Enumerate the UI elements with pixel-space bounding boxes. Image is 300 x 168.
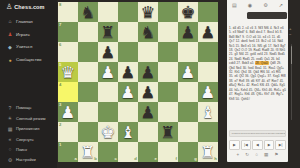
white-bishop-h3[interactable]: ♝ <box>201 102 216 122</box>
share-icon[interactable]: ↗ <box>279 2 283 9</box>
file-label-e: e <box>154 157 156 161</box>
cycle-icon[interactable]: ↻ <box>245 152 249 158</box>
next-move-button[interactable]: ▶ <box>264 140 275 150</box>
square-g2[interactable] <box>178 122 198 142</box>
square-g7[interactable]: ♟ <box>178 22 198 42</box>
square-a4[interactable]: 4 <box>58 82 78 102</box>
logo-text: Chess.com <box>14 4 44 10</box>
square-a6[interactable]: 6 <box>58 42 78 62</box>
square-e3[interactable]: ♟ <box>138 102 158 122</box>
white-pawn-g5[interactable]: ♟ <box>181 62 196 82</box>
sidebar-item-label: Свернуть <box>16 137 34 142</box>
white-bishop-d2[interactable]: ♝ <box>121 122 136 142</box>
square-b3[interactable] <box>78 102 98 122</box>
sidebar-item-help[interactable]: ?Помощь <box>0 103 57 113</box>
square-a2[interactable]: 2 <box>58 122 78 142</box>
square-e2[interactable] <box>138 122 158 142</box>
square-g3[interactable] <box>178 102 198 122</box>
sidebar-item-label: Приложения <box>16 126 39 131</box>
square-c5[interactable]: ♟ <box>98 62 118 82</box>
square-c2[interactable]: ♚ <box>98 122 118 142</box>
black-queen-e8[interactable]: ♛ <box>141 2 156 22</box>
settings-icon: ⚙ <box>7 157 13 163</box>
sidebar-item-learn[interactable]: ◆Учиться <box>0 41 57 54</box>
pawn-logo-icon: ♙ <box>6 3 12 10</box>
plus-icon[interactable]: + <box>237 152 240 158</box>
rank-label-5: 5 <box>59 63 61 67</box>
square-d8[interactable] <box>118 2 138 22</box>
apps-icon: ▦ <box>7 126 13 132</box>
square-g8[interactable]: ♚ <box>178 2 198 22</box>
square-a1[interactable]: 1a <box>58 142 78 162</box>
sidebar-item-apps[interactable]: ▦Приложения <box>0 124 57 134</box>
panel-dark-button[interactable] <box>247 12 287 19</box>
learn-icon: ◆ <box>7 44 13 50</box>
black-pawn-e5[interactable]: ♟ <box>141 62 156 82</box>
sidebar-item-label: Сообщество <box>16 57 42 62</box>
sidebar-item-label: Настройки <box>16 157 36 162</box>
square-c4[interactable] <box>98 82 118 102</box>
white-rook-h1[interactable]: ♜ <box>201 142 216 162</box>
square-e8[interactable]: ♛ <box>138 2 158 22</box>
square-d1[interactable]: d <box>118 142 138 162</box>
square-f7[interactable] <box>158 22 178 42</box>
sidebar-item-search[interactable]: ○Поиск <box>0 144 57 154</box>
square-c7[interactable]: ♜ <box>98 22 118 42</box>
white-pawn-a3[interactable]: ♟ <box>61 102 76 122</box>
sidebar-item-play[interactable]: ♟Играть <box>0 28 57 41</box>
square-a3[interactable]: 3♟ <box>58 102 78 122</box>
sidebar-item-settings[interactable]: ⚙Настройки <box>0 155 57 165</box>
square-b5[interactable] <box>78 62 98 82</box>
square-g4[interactable] <box>178 82 198 102</box>
sidebar-item-label: Главная <box>16 19 33 24</box>
square-f2[interactable]: ♜ <box>158 122 178 142</box>
move-list[interactable]: 1. d4 d5 2. c4 c6 3. Nf3 Nf6 4. Nc3 e6 5… <box>227 25 288 129</box>
square-c6[interactable]: ♟ <box>98 42 118 62</box>
sidebar: ♙ Chess.com ⌂Главная♟Играть◆Учиться●Сооб… <box>0 0 57 168</box>
file-label-b: b <box>94 157 97 161</box>
square-f5[interactable] <box>158 62 178 82</box>
black-pawn-g7[interactable]: ♟ <box>181 22 196 42</box>
square-e1[interactable]: e <box>138 142 158 162</box>
square-f1[interactable]: f <box>158 142 178 162</box>
square-e5[interactable]: ♟ <box>138 62 158 82</box>
white-rook-b1[interactable]: ♜ <box>81 142 96 162</box>
play-icon: ♟ <box>7 31 13 37</box>
moves-after[interactable]: Qd8 29. Qb4 Ne4 30. fxe4 Bxa1 31. Rxa1 Q… <box>229 61 286 100</box>
square-h2[interactable] <box>198 122 218 142</box>
sidebar-item-label: Светлый режим <box>16 116 45 121</box>
zoom-in-icon[interactable]: + <box>289 26 292 32</box>
rank-label-3: 3 <box>59 103 61 107</box>
black-pawn-c6[interactable]: ♟ <box>101 42 116 62</box>
square-a8[interactable]: 8 <box>58 2 78 22</box>
file-label-f: f <box>175 157 176 161</box>
square-f3[interactable] <box>158 102 178 122</box>
square-c8[interactable] <box>98 2 118 22</box>
search-icon: ○ <box>7 146 13 152</box>
square-b6[interactable] <box>78 42 98 62</box>
square-h1[interactable]: h♜ <box>198 142 218 162</box>
black-pawn-h7[interactable]: ♟ <box>201 22 216 42</box>
panel-footer-icons: +↻○▦⚑ <box>227 152 288 158</box>
boards-icon[interactable]: ▤ <box>232 2 237 9</box>
black-pawn-e3[interactable]: ♟ <box>141 102 156 122</box>
chesscom-app: ♙ Chess.com ⌂Главная♟Играть◆Учиться●Сооб… <box>0 0 300 168</box>
black-king-g8[interactable]: ♚ <box>181 2 196 22</box>
scrollbar-thumb[interactable] <box>291 46 293 64</box>
square-f4[interactable] <box>158 82 178 102</box>
sidebar-item-home[interactable]: ⌂Главная <box>0 15 57 28</box>
square-h7[interactable]: ♟ <box>198 22 218 42</box>
square-d7[interactable] <box>118 22 138 42</box>
square-g6[interactable] <box>178 42 198 62</box>
last-move-button[interactable]: ▶| <box>275 140 286 150</box>
sidebar-item-collapse[interactable]: «Свернуть <box>0 134 57 144</box>
square-e4[interactable]: ♟ <box>138 82 158 102</box>
black-pawn-e4[interactable]: ♟ <box>141 82 156 102</box>
scrollbar-track[interactable] <box>291 44 293 120</box>
white-king-c2[interactable]: ♚ <box>101 122 116 142</box>
square-b1[interactable]: b♜ <box>78 142 98 162</box>
sidebar-footer-menu: ?Помощь☀Светлый режим▦Приложения«Свернут… <box>0 103 57 165</box>
camera-icon[interactable]: ◉ <box>248 2 252 9</box>
file-label-h: h <box>214 157 217 161</box>
black-pawn-d5[interactable]: ♟ <box>121 62 136 82</box>
square-d5[interactable]: ♟ <box>118 62 138 82</box>
rank-label-4: 4 <box>59 83 61 87</box>
square-h4[interactable]: ♟ <box>198 82 218 102</box>
square-b4[interactable] <box>78 82 98 102</box>
rank-label-2: 2 <box>59 123 61 127</box>
white-queen-a5[interactable]: ♛ <box>61 62 76 82</box>
rank-label-7: 7 <box>59 23 61 27</box>
square-d4[interactable]: ♟ <box>118 82 138 102</box>
white-pawn-d4[interactable]: ♟ <box>121 82 136 102</box>
moves-before[interactable]: 1. d4 d5 2. c4 c6 3. Nf3 Nf6 4. Nc3 e6 5… <box>229 26 285 65</box>
gear-icon[interactable]: ⚙ <box>263 2 267 9</box>
square-d6[interactable] <box>118 42 138 62</box>
square-b2[interactable] <box>78 122 98 142</box>
white-pawn-h4[interactable]: ♟ <box>201 82 216 102</box>
community-icon: ● <box>7 57 13 63</box>
square-a7[interactable]: 7 <box>58 22 78 42</box>
home-icon: ⌂ <box>7 18 13 24</box>
file-label-a: a <box>74 157 76 161</box>
sidebar-item-label: Учиться <box>16 44 32 49</box>
light-mode-icon: ☀ <box>7 115 13 121</box>
board-icon[interactable]: ▦ <box>264 152 268 158</box>
square-b8[interactable]: ♞ <box>78 2 98 22</box>
chess-board: 8♞♛♚7♜♞♟♟6♟5♛♟♟♟♟4♟♟♟3♟♟♝2♚♝♜1ab♜cdefgh♜ <box>58 2 218 162</box>
previous-move-button[interactable]: ◀ <box>252 140 263 150</box>
square-d3[interactable] <box>118 102 138 122</box>
sidebar-item-label: Помощь <box>16 105 31 110</box>
sidebar-item-community[interactable]: ●Сообщество <box>0 53 57 66</box>
square-h6[interactable] <box>198 42 218 62</box>
square-g5[interactable]: ♟ <box>178 62 198 82</box>
square-a5[interactable]: 5♛ <box>58 62 78 82</box>
play-button[interactable]: ▶ <box>229 140 240 150</box>
sidebar-item-label: Играть <box>16 32 30 37</box>
panel-side-controls: +− <box>289 26 299 37</box>
file-label-d: d <box>134 157 137 161</box>
square-d2[interactable]: ♝ <box>118 122 138 142</box>
sidebar-item-light-mode[interactable]: ☀Светлый режим <box>0 113 57 123</box>
square-e7[interactable]: ♞ <box>138 22 158 42</box>
rank-label-6: 6 <box>59 43 61 47</box>
square-h5[interactable] <box>198 62 218 82</box>
sidebar-item-label: Поиск <box>16 147 27 152</box>
playback-controls: ▶|◀◀▶▶| <box>229 140 286 150</box>
square-b7[interactable] <box>78 22 98 42</box>
chesscom-logo[interactable]: ♙ Chess.com <box>0 0 57 12</box>
file-label-c: c <box>114 157 116 161</box>
file-label-g: g <box>194 157 197 161</box>
search-icon[interactable]: ○ <box>255 152 258 158</box>
square-h8[interactable] <box>198 2 218 22</box>
square-f8[interactable] <box>158 2 178 22</box>
rank-label-8: 8 <box>59 3 61 7</box>
white-pawn-c5[interactable]: ♟ <box>101 62 116 82</box>
analysis-panel: ▤◉⚙↗ 1. d4 d5 2. c4 c6 3. Nf3 Nf6 4. Nc3… <box>227 0 288 162</box>
square-h3[interactable]: ♝ <box>198 102 218 122</box>
rank-label-1: 1 <box>59 143 61 147</box>
square-c1[interactable]: c <box>98 142 118 162</box>
square-c3[interactable] <box>98 102 118 122</box>
black-knight-e7[interactable]: ♞ <box>141 22 156 42</box>
flag-icon[interactable]: ⚑ <box>274 152 278 158</box>
panel-toolbar: ▤◉⚙↗ <box>227 0 288 9</box>
fen-input[interactable]: 1n2q1k1/2r1n1pp/2p5/Q1Ppp1P1/3Pp2P/P3p2B… <box>229 130 286 137</box>
zoom-out-icon[interactable]: − <box>289 32 292 38</box>
square-f6[interactable] <box>158 42 178 62</box>
first-move-button[interactable]: |◀ <box>241 140 252 150</box>
square-e6[interactable] <box>138 42 158 62</box>
black-knight-b8[interactable]: ♞ <box>81 2 96 22</box>
square-g1[interactable]: g <box>178 142 198 162</box>
black-rook-c7[interactable]: ♜ <box>101 22 116 42</box>
help-icon: ? <box>7 105 13 111</box>
collapse-icon: « <box>7 136 13 142</box>
sidebar-main-menu: ⌂Главная♟Играть◆Учиться●Сообщество <box>0 15 57 66</box>
current-move[interactable]: 28. Qxa5 <box>255 61 269 65</box>
black-rook-f2[interactable]: ♜ <box>161 122 176 142</box>
